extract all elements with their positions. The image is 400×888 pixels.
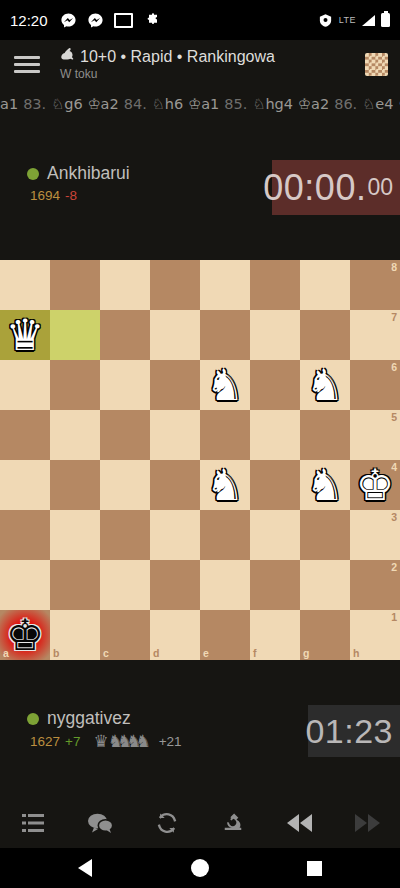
screen-cast-icon <box>114 13 133 28</box>
player-top-block: Ankhibarui 1694 -8 00:00.00 <box>0 160 400 215</box>
coord-rank-1: 1 <box>391 611 397 623</box>
chat-icon[interactable] <box>67 798 134 848</box>
square-c8[interactable] <box>100 260 150 310</box>
spacer <box>0 215 400 260</box>
game-status: W toku <box>60 67 365 81</box>
square-b6[interactable] <box>50 360 100 410</box>
square-a4[interactable] <box>0 460 50 510</box>
square-g8[interactable] <box>300 260 350 310</box>
square-d4[interactable] <box>150 460 200 510</box>
online-indicator <box>27 713 39 725</box>
messenger-icon <box>87 12 104 29</box>
square-c1[interactable]: c <box>100 610 150 660</box>
move-token[interactable]: 83. <box>23 96 46 112</box>
messenger-icon <box>60 12 77 29</box>
square-c6[interactable] <box>100 360 150 410</box>
game-title: 10+0 • Rapid • Rankingowa <box>80 48 275 66</box>
game-header: 10+0 • Rapid • Rankingowa W toku <box>0 40 400 88</box>
home-button[interactable] <box>191 859 209 877</box>
square-e7[interactable] <box>200 310 250 360</box>
square-e4[interactable]: ♞ <box>200 460 250 510</box>
move-token[interactable]: 86. <box>334 96 357 112</box>
flip-board-icon[interactable] <box>133 798 200 848</box>
coord-file-b: b <box>53 647 59 659</box>
square-b4[interactable] <box>50 460 100 510</box>
square-e2[interactable] <box>200 560 250 610</box>
square-d3[interactable] <box>150 510 200 560</box>
battery-icon <box>381 13 390 27</box>
clock-minutes-seconds: 00:00. <box>263 167 366 209</box>
square-h6[interactable]: 6 <box>350 360 400 410</box>
square-c2[interactable] <box>100 560 150 610</box>
coord-file-f: f <box>253 647 257 659</box>
coord-file-c: c <box>103 647 109 659</box>
square-c5[interactable] <box>100 410 150 460</box>
square-g4[interactable]: ♞ <box>300 460 350 510</box>
coord-file-g: g <box>303 647 309 659</box>
spacer <box>0 120 400 160</box>
square-b2[interactable] <box>50 560 100 610</box>
android-navbar <box>0 848 400 888</box>
square-a8[interactable] <box>0 260 50 310</box>
white-knight[interactable]: ♞ <box>300 460 350 510</box>
square-d6[interactable] <box>150 360 200 410</box>
square-g2[interactable] <box>300 560 350 610</box>
move-token[interactable]: ♘hg4 <box>252 96 293 112</box>
move-token[interactable]: ♘g6 <box>51 96 82 112</box>
white-queen[interactable]: ♛ <box>0 310 50 360</box>
clock-hundredths: 00 <box>367 174 393 201</box>
square-d1[interactable]: d <box>150 610 200 660</box>
move-token[interactable]: ♔a2 <box>298 96 329 112</box>
square-a1[interactable]: ♚a <box>0 610 50 660</box>
player-bottom-rating: 1627 <box>30 734 60 749</box>
analysis-microscope-icon[interactable] <box>200 798 267 848</box>
square-d7[interactable] <box>150 310 200 360</box>
player-bottom-clock: 01:23 <box>308 705 400 757</box>
move-token[interactable]: ♔a1 <box>188 96 219 112</box>
square-h7[interactable]: 7 <box>350 310 400 360</box>
coord-rank-8: 8 <box>391 261 397 273</box>
square-h3[interactable]: 3 <box>350 510 400 560</box>
move-token[interactable]: ♔a2 <box>88 96 119 112</box>
move-token[interactable]: 84. <box>124 96 147 112</box>
captured-knight: ♞ <box>135 733 150 750</box>
status-bar: 12:20 LTE <box>0 0 400 40</box>
square-d8[interactable] <box>150 260 200 310</box>
square-g6[interactable]: ♞ <box>300 360 350 410</box>
square-c3[interactable] <box>100 510 150 560</box>
square-e5[interactable] <box>200 410 250 460</box>
clock-time: 12:20 <box>10 12 48 29</box>
square-b1[interactable]: b <box>50 610 100 660</box>
square-c4[interactable] <box>100 460 150 510</box>
back-button[interactable] <box>78 859 92 877</box>
move-list[interactable]: a183.♘g6♔a284.♘h6♔a185.♘hg4♔a286.♘e4♔a18… <box>0 88 400 120</box>
player-top-rating: 1694 <box>30 188 60 203</box>
coord-rank-7: 7 <box>391 311 397 323</box>
recents-button[interactable] <box>307 861 322 876</box>
coord-rank-2: 2 <box>391 561 397 573</box>
spacer <box>0 660 400 705</box>
white-knight[interactable]: ♞ <box>200 360 250 410</box>
white-king[interactable]: ♚ <box>350 460 400 510</box>
move-token[interactable]: a1 <box>0 96 18 112</box>
coord-file-e: e <box>203 647 209 659</box>
square-a5[interactable] <box>0 410 50 460</box>
menu-hamburger-button[interactable] <box>14 56 40 73</box>
captured-queen: ♛ <box>93 733 108 750</box>
coord-rank-5: 5 <box>391 411 397 423</box>
square-b7[interactable] <box>50 310 100 360</box>
move-token[interactable]: 85. <box>224 96 247 112</box>
square-b5[interactable] <box>50 410 100 460</box>
forward-icon <box>333 798 400 848</box>
move-token[interactable]: ♘h6 <box>152 96 183 112</box>
bottom-toolbar <box>0 798 400 848</box>
square-f5[interactable] <box>250 410 300 460</box>
square-a7[interactable]: ♛ <box>0 310 50 360</box>
spacer <box>0 760 400 798</box>
square-d2[interactable] <box>150 560 200 610</box>
player-top-clock: 00:00.00 <box>272 160 400 215</box>
lte-label: LTE <box>339 15 356 25</box>
player-bottom-name[interactable]: nyggativez <box>47 708 131 729</box>
square-f2[interactable] <box>250 560 300 610</box>
vpn-shield-icon <box>318 13 333 28</box>
square-f1[interactable]: f <box>250 610 300 660</box>
square-a2[interactable] <box>0 560 50 610</box>
square-f7[interactable] <box>250 310 300 360</box>
square-g1[interactable]: g <box>300 610 350 660</box>
square-h1[interactable]: h1 <box>350 610 400 660</box>
square-h5[interactable]: 5 <box>350 410 400 460</box>
square-c7[interactable] <box>100 310 150 360</box>
square-f3[interactable] <box>250 510 300 560</box>
square-a6[interactable] <box>0 360 50 410</box>
lichess-app: 12:20 LTE <box>0 0 400 888</box>
square-g5[interactable] <box>300 410 350 460</box>
move-list-icon[interactable] <box>0 798 67 848</box>
player-bottom-block: nyggativez 1627 +7 ♛♞♞♞♞ +21 01:23 <box>0 705 400 760</box>
captured-pieces-tray: ♛♞♞♞♞ <box>93 733 150 750</box>
material-advantage: +21 <box>159 734 182 749</box>
square-a3[interactable] <box>0 510 50 560</box>
square-d5[interactable] <box>150 410 200 460</box>
clock-minutes-seconds: 01:23 <box>305 712 393 751</box>
white-knight[interactable]: ♞ <box>300 360 350 410</box>
square-g7[interactable] <box>300 310 350 360</box>
square-h8[interactable]: 8 <box>350 260 400 310</box>
coord-rank-3: 3 <box>391 511 397 523</box>
chess-board[interactable]: 8♛7♞♞65♞♞♚432♚abcdefgh1 <box>0 260 400 660</box>
player-bottom-rating-diff: +7 <box>65 734 80 749</box>
square-h4[interactable]: ♚4 <box>350 460 400 510</box>
backward-icon[interactable] <box>267 798 334 848</box>
square-h2[interactable]: 2 <box>350 560 400 610</box>
coord-rank-6: 6 <box>391 361 397 373</box>
rabbit-rapid-icon <box>60 47 75 66</box>
white-knight[interactable]: ♞ <box>200 460 250 510</box>
signal-icon <box>362 15 375 26</box>
coord-file-d: d <box>153 647 159 659</box>
online-indicator <box>27 168 39 180</box>
puzzle-icon <box>143 12 159 28</box>
mini-board-icon[interactable] <box>365 53 388 76</box>
square-g3[interactable] <box>300 510 350 560</box>
square-e8[interactable] <box>200 260 250 310</box>
coord-file-h: h <box>353 647 359 659</box>
player-top-rating-diff: -8 <box>65 188 77 203</box>
square-b8[interactable] <box>50 260 100 310</box>
square-b3[interactable] <box>50 510 100 560</box>
square-f6[interactable] <box>250 360 300 410</box>
square-f4[interactable] <box>250 460 300 510</box>
move-token[interactable]: ♘e4 <box>362 96 393 112</box>
square-e3[interactable] <box>200 510 250 560</box>
square-e1[interactable]: e <box>200 610 250 660</box>
player-top-name[interactable]: Ankhibarui <box>47 163 130 184</box>
square-f8[interactable] <box>250 260 300 310</box>
square-e6[interactable]: ♞ <box>200 360 250 410</box>
black-king[interactable]: ♚ <box>0 610 50 660</box>
